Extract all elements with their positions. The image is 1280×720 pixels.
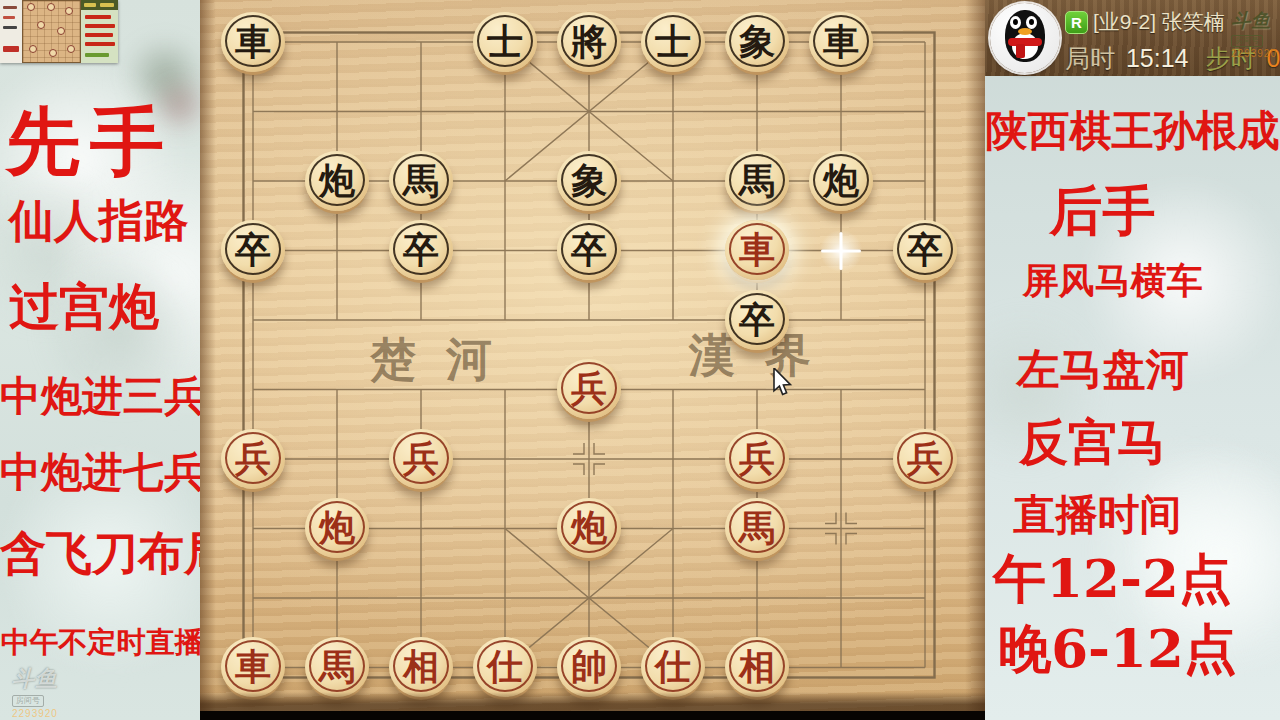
douyu-logo: 斗鱼 <box>1231 11 1277 30</box>
caption-opening-5: 含飞刀布局 <box>0 530 198 576</box>
move-highlight-sparkle <box>819 230 863 272</box>
piece-馬-red[interactable]: 馬 <box>305 637 369 697</box>
piece-glyph: 卒 <box>739 301 775 337</box>
pip-panel-header <box>81 0 118 10</box>
douyu-logo: 斗鱼 <box>12 668 58 690</box>
piece-glyph: 卒 <box>235 231 271 267</box>
piece-glyph: 馬 <box>403 162 439 198</box>
piece-glyph: 車 <box>235 23 271 59</box>
piece-glyph: 仕 <box>655 648 691 684</box>
room-number: 2293920 <box>12 709 58 719</box>
player-name: [业9-2] 张笑楠 <box>1093 8 1225 36</box>
piece-帥-red[interactable]: 帥 <box>557 637 621 697</box>
piece-glyph: 炮 <box>319 509 355 545</box>
room-number: 2293920 <box>1231 49 1277 59</box>
piece-glyph: 炮 <box>319 162 355 198</box>
caption-opening-4: 中炮进七兵 <box>0 452 200 493</box>
stream-frame: 先手 仙人指路 过宫炮 中炮进三兵 中炮进七兵 含飞刀布局 中午不定时直播 斗鱼… <box>0 0 1280 720</box>
piece-glyph: 相 <box>739 648 775 684</box>
caption-opening-1: 仙人指路 <box>0 198 198 243</box>
piece-glyph: 相 <box>403 648 439 684</box>
piece-glyph: 炮 <box>823 162 859 198</box>
caption-defense-2: 左马盘河 <box>985 348 1220 391</box>
piece-glyph: 士 <box>487 23 523 59</box>
caption-first-move: 先手 <box>0 104 180 178</box>
pieces-grid: 車士將士象車炮馬象馬炮卒卒卒車卒卒兵兵兵兵兵炮炮馬車馬相仕帥仕相 <box>211 7 967 702</box>
right-panel: 陕西棋王孙根成 后手 屏风马横车 左马盘河 反宫马 直播时间 午12-2点 晚6… <box>985 0 1280 720</box>
piece-卒-black[interactable]: 卒 <box>893 220 957 280</box>
piece-兵-red[interactable]: 兵 <box>557 359 621 419</box>
mouse-cursor <box>772 368 798 398</box>
piece-glyph: 兵 <box>403 440 439 476</box>
piece-兵-red[interactable]: 兵 <box>389 429 453 489</box>
piece-卒-black[interactable]: 卒 <box>557 220 621 280</box>
piece-glyph: 車 <box>823 23 859 59</box>
room-label: 房间号 <box>12 695 44 707</box>
piece-glyph: 將 <box>571 23 607 59</box>
caption-stream-time-night: 晚6-12点 <box>985 622 1250 675</box>
piece-車-red[interactable]: 車 <box>221 637 285 697</box>
piece-glyph: 車 <box>739 231 775 267</box>
pip-mini-board <box>22 0 81 63</box>
piece-士-black[interactable]: 士 <box>641 12 705 72</box>
piece-glyph: 兵 <box>571 370 607 406</box>
pip-thumbnail <box>0 0 118 63</box>
piece-相-red[interactable]: 相 <box>725 637 789 697</box>
xiangqi-board[interactable]: 楚河 漢界 車士將士象車炮馬象馬炮卒卒卒車卒卒兵兵兵兵兵炮炮馬車馬相仕帥仕相 <box>200 0 985 720</box>
piece-兵-red[interactable]: 兵 <box>725 429 789 489</box>
caption-second-move: 后手 <box>985 184 1220 237</box>
piece-卒-black[interactable]: 卒 <box>725 290 789 350</box>
piece-卒-black[interactable]: 卒 <box>389 220 453 280</box>
piece-兵-red[interactable]: 兵 <box>221 429 285 489</box>
piece-glyph: 兵 <box>235 440 271 476</box>
piece-glyph: 帥 <box>571 648 607 684</box>
piece-glyph: 卒 <box>403 231 439 267</box>
piece-將-black[interactable]: 將 <box>557 12 621 72</box>
caption-opponent-name: 陕西棋王孙根成 <box>985 110 1280 152</box>
piece-glyph: 炮 <box>571 509 607 545</box>
qq-avatar[interactable] <box>990 3 1060 73</box>
stream-header: R [业9-2] 张笑楠 局时 15:14 步时 01:30 斗鱼 房间号 22… <box>985 0 1280 76</box>
piece-glyph: 士 <box>655 23 691 59</box>
room-label: 房间号 <box>1231 35 1263 47</box>
left-panel: 先手 仙人指路 过宫炮 中炮进三兵 中炮进七兵 含飞刀布局 中午不定时直播 斗鱼… <box>0 0 200 720</box>
piece-仕-red[interactable]: 仕 <box>473 637 537 697</box>
piece-仕-red[interactable]: 仕 <box>641 637 705 697</box>
piece-glyph: 象 <box>571 162 607 198</box>
piece-士-black[interactable]: 士 <box>473 12 537 72</box>
piece-馬-black[interactable]: 馬 <box>725 151 789 211</box>
piece-炮-red[interactable]: 炮 <box>557 498 621 558</box>
piece-兵-red[interactable]: 兵 <box>893 429 957 489</box>
piece-車-black[interactable]: 車 <box>809 12 873 72</box>
piece-glyph: 車 <box>235 648 271 684</box>
piece-馬-red[interactable]: 馬 <box>725 498 789 558</box>
piece-glyph: 卒 <box>571 231 607 267</box>
game-time-value: 15:14 <box>1126 44 1189 72</box>
pip-info-panel <box>81 0 118 63</box>
pip-text-column <box>0 0 22 63</box>
piece-glyph: 卒 <box>907 231 943 267</box>
piece-卒-black[interactable]: 卒 <box>221 220 285 280</box>
piece-glyph: 兵 <box>907 440 943 476</box>
piece-馬-black[interactable]: 馬 <box>389 151 453 211</box>
douyu-watermark-bottom: 斗鱼 房间号 2293920 <box>12 668 58 719</box>
piece-glyph: 馬 <box>739 509 775 545</box>
piece-炮-red[interactable]: 炮 <box>305 498 369 558</box>
piece-glyph: 馬 <box>319 648 355 684</box>
piece-車-black[interactable]: 車 <box>221 12 285 72</box>
piece-車-red[interactable]: 車 <box>725 220 789 280</box>
piece-炮-black[interactable]: 炮 <box>809 151 873 211</box>
piece-glyph: 仕 <box>487 648 523 684</box>
piece-glyph: 兵 <box>739 440 775 476</box>
caption-schedule-note: 中午不定时直播 <box>0 628 200 657</box>
piece-象-black[interactable]: 象 <box>725 12 789 72</box>
caption-stream-time-noon: 午12-2点 <box>985 552 1240 605</box>
caption-opening-3: 中炮进三兵 <box>0 376 200 417</box>
piece-炮-black[interactable]: 炮 <box>305 151 369 211</box>
rank-badge: R <box>1065 11 1088 34</box>
piece-象-black[interactable]: 象 <box>557 151 621 211</box>
caption-defense-1: 屏风马横车 <box>985 262 1240 298</box>
piece-glyph: 馬 <box>739 162 775 198</box>
caption-defense-3: 反宫马 <box>985 418 1200 467</box>
piece-相-red[interactable]: 相 <box>389 637 453 697</box>
douyu-watermark-top: 斗鱼 房间号 2293920 <box>1231 11 1277 59</box>
caption-stream-time-title: 直播时间 <box>985 494 1210 536</box>
piece-glyph: 象 <box>739 23 775 59</box>
game-time-label: 局时 <box>1065 44 1115 72</box>
caption-opening-2: 过宫炮 <box>0 282 168 332</box>
